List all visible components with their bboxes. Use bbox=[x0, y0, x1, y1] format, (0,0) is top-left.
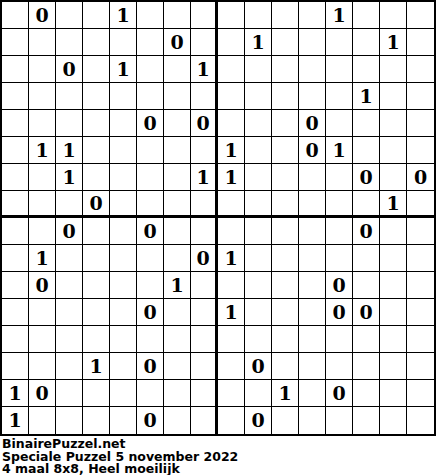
cell-r2c3[interactable] bbox=[56, 29, 83, 56]
cell-r14c16[interactable] bbox=[407, 353, 434, 380]
cell-r14c12[interactable] bbox=[299, 353, 326, 380]
cell-r6c10[interactable] bbox=[245, 137, 272, 164]
cell-r6c4[interactable] bbox=[83, 137, 110, 164]
cell-r12c10[interactable] bbox=[245, 299, 272, 326]
cell-r7c15[interactable] bbox=[380, 164, 407, 191]
cell-r2c9[interactable] bbox=[218, 29, 245, 56]
cell-r3c6[interactable] bbox=[137, 56, 164, 83]
cell-r1c3[interactable] bbox=[56, 2, 83, 29]
cell-r1c7[interactable] bbox=[164, 2, 191, 29]
cell-r15c10[interactable] bbox=[245, 380, 272, 407]
cell-r10c1[interactable] bbox=[2, 245, 29, 272]
cell-r12c8[interactable] bbox=[191, 299, 218, 326]
cell-r2c6[interactable] bbox=[137, 29, 164, 56]
cell-r10c8: 0 bbox=[191, 245, 218, 272]
cell-r9c5[interactable] bbox=[110, 218, 137, 245]
cell-r14c10: 0 bbox=[245, 353, 272, 380]
cell-r15c12[interactable] bbox=[299, 380, 326, 407]
cell-r15c7[interactable] bbox=[164, 380, 191, 407]
cell-r8c13[interactable] bbox=[326, 191, 353, 218]
cell-r9c7[interactable] bbox=[164, 218, 191, 245]
cell-r10c7[interactable] bbox=[164, 245, 191, 272]
cell-r3c2[interactable] bbox=[29, 56, 56, 83]
cell-r11c14[interactable] bbox=[353, 272, 380, 299]
cell-r8c5[interactable] bbox=[110, 191, 137, 218]
cell-r3c1[interactable] bbox=[2, 56, 29, 83]
cell-r5c1[interactable] bbox=[2, 110, 29, 137]
cell-r4c14: 1 bbox=[353, 83, 380, 110]
cell-r4c11[interactable] bbox=[272, 83, 299, 110]
cell-r7c6[interactable] bbox=[137, 164, 164, 191]
cell-r3c10[interactable] bbox=[245, 56, 272, 83]
cell-r7c7[interactable] bbox=[164, 164, 191, 191]
cell-r12c4[interactable] bbox=[83, 299, 110, 326]
cell-r6c8[interactable] bbox=[191, 137, 218, 164]
cell-r5c12: 0 bbox=[299, 110, 326, 137]
cell-r14c9[interactable] bbox=[218, 353, 245, 380]
cell-r9c10[interactable] bbox=[245, 218, 272, 245]
cell-r8c11[interactable] bbox=[272, 191, 299, 218]
cell-r10c2: 1 bbox=[29, 245, 56, 272]
cell-r8c9[interactable] bbox=[218, 191, 245, 218]
cell-r8c7[interactable] bbox=[164, 191, 191, 218]
cell-r7c3: 1 bbox=[56, 164, 83, 191]
cell-r16c14[interactable] bbox=[353, 407, 380, 434]
cell-r1c14[interactable] bbox=[353, 2, 380, 29]
cell-r1c6[interactable] bbox=[137, 2, 164, 29]
cell-r15c16[interactable] bbox=[407, 380, 434, 407]
cell-r8c1[interactable] bbox=[2, 191, 29, 218]
cell-r9c12[interactable] bbox=[299, 218, 326, 245]
cell-r7c2[interactable] bbox=[29, 164, 56, 191]
cell-r1c16[interactable] bbox=[407, 2, 434, 29]
cell-r13c12[interactable] bbox=[299, 326, 326, 353]
cell-r1c2: 0 bbox=[29, 2, 56, 29]
cell-r7c14: 0 bbox=[353, 164, 380, 191]
cell-r16c1: 1 bbox=[2, 407, 29, 434]
cell-r15c5[interactable] bbox=[110, 380, 137, 407]
cell-r4c2[interactable] bbox=[29, 83, 56, 110]
cell-r1c15[interactable] bbox=[380, 2, 407, 29]
cell-r6c13: 1 bbox=[326, 137, 353, 164]
cell-r6c1[interactable] bbox=[2, 137, 29, 164]
cell-r6c12: 0 bbox=[299, 137, 326, 164]
cell-r9c4[interactable] bbox=[83, 218, 110, 245]
cell-r10c15[interactable] bbox=[380, 245, 407, 272]
cell-r11c8[interactable] bbox=[191, 272, 218, 299]
cell-r13c2[interactable] bbox=[29, 326, 56, 353]
cell-r11c4[interactable] bbox=[83, 272, 110, 299]
cell-r1c1[interactable] bbox=[2, 2, 29, 29]
cell-r14c4: 1 bbox=[83, 353, 110, 380]
cell-r8c6[interactable] bbox=[137, 191, 164, 218]
cell-r2c2[interactable] bbox=[29, 29, 56, 56]
cell-r5c16[interactable] bbox=[407, 110, 434, 137]
cell-r16c10: 0 bbox=[245, 407, 272, 434]
cell-r3c8: 1 bbox=[191, 56, 218, 83]
cell-r7c1[interactable] bbox=[2, 164, 29, 191]
cell-r14c1[interactable] bbox=[2, 353, 29, 380]
cell-r7c11[interactable] bbox=[272, 164, 299, 191]
cell-r2c15: 1 bbox=[380, 29, 407, 56]
cell-r2c12[interactable] bbox=[299, 29, 326, 56]
cell-r6c3: 1 bbox=[56, 137, 83, 164]
cell-r5c4[interactable] bbox=[83, 110, 110, 137]
cell-r2c7: 0 bbox=[164, 29, 191, 56]
cell-r7c9: 1 bbox=[218, 164, 245, 191]
cell-r3c14[interactable] bbox=[353, 56, 380, 83]
cell-r8c12[interactable] bbox=[299, 191, 326, 218]
cell-r4c13[interactable] bbox=[326, 83, 353, 110]
cell-r16c15[interactable] bbox=[380, 407, 407, 434]
cell-r12c13: 0 bbox=[326, 299, 353, 326]
cell-r4c5[interactable] bbox=[110, 83, 137, 110]
cell-r2c13[interactable] bbox=[326, 29, 353, 56]
cell-r14c14[interactable] bbox=[353, 353, 380, 380]
cell-r14c8[interactable] bbox=[191, 353, 218, 380]
cell-r15c4[interactable] bbox=[83, 380, 110, 407]
cell-r3c16[interactable] bbox=[407, 56, 434, 83]
cell-r5c9[interactable] bbox=[218, 110, 245, 137]
cell-r13c14[interactable] bbox=[353, 326, 380, 353]
cell-r5c7[interactable] bbox=[164, 110, 191, 137]
cell-r12c1[interactable] bbox=[2, 299, 29, 326]
cell-r5c6: 0 bbox=[137, 110, 164, 137]
cell-r6c7[interactable] bbox=[164, 137, 191, 164]
cell-r12c3[interactable] bbox=[56, 299, 83, 326]
cell-r1c13: 1 bbox=[326, 2, 353, 29]
cell-r9c16[interactable] bbox=[407, 218, 434, 245]
cell-r15c14[interactable] bbox=[353, 380, 380, 407]
cell-r14c2[interactable] bbox=[29, 353, 56, 380]
cell-r7c8: 1 bbox=[191, 164, 218, 191]
cell-r9c13[interactable] bbox=[326, 218, 353, 245]
cell-r7c13[interactable] bbox=[326, 164, 353, 191]
cell-r8c10[interactable] bbox=[245, 191, 272, 218]
cell-r9c3: 0 bbox=[56, 218, 83, 245]
cell-r13c16[interactable] bbox=[407, 326, 434, 353]
cell-r12c9: 1 bbox=[218, 299, 245, 326]
cell-r10c16[interactable] bbox=[407, 245, 434, 272]
cell-r8c14[interactable] bbox=[353, 191, 380, 218]
cell-r8c4: 0 bbox=[83, 191, 110, 218]
cell-r1c4[interactable] bbox=[83, 2, 110, 29]
cell-r13c9[interactable] bbox=[218, 326, 245, 353]
cell-r16c9[interactable] bbox=[218, 407, 245, 434]
cell-r13c3[interactable] bbox=[56, 326, 83, 353]
cell-r3c3: 0 bbox=[56, 56, 83, 83]
cell-r10c13[interactable] bbox=[326, 245, 353, 272]
cell-r10c3[interactable] bbox=[56, 245, 83, 272]
cell-r15c8[interactable] bbox=[191, 380, 218, 407]
cell-r1c9[interactable] bbox=[218, 2, 245, 29]
cell-r2c8[interactable] bbox=[191, 29, 218, 56]
cell-r7c12[interactable] bbox=[299, 164, 326, 191]
cell-r13c10[interactable] bbox=[245, 326, 272, 353]
cell-r4c7[interactable] bbox=[164, 83, 191, 110]
cell-r15c15[interactable] bbox=[380, 380, 407, 407]
cell-r4c8[interactable] bbox=[191, 83, 218, 110]
cell-r6c11[interactable] bbox=[272, 137, 299, 164]
cell-r13c1[interactable] bbox=[2, 326, 29, 353]
cell-r10c11[interactable] bbox=[272, 245, 299, 272]
cell-r14c5[interactable] bbox=[110, 353, 137, 380]
cell-r5c5[interactable] bbox=[110, 110, 137, 137]
cell-r1c5: 1 bbox=[110, 2, 137, 29]
cell-r9c9[interactable] bbox=[218, 218, 245, 245]
cell-r13c4[interactable] bbox=[83, 326, 110, 353]
cell-r11c16[interactable] bbox=[407, 272, 434, 299]
cell-r11c15[interactable] bbox=[380, 272, 407, 299]
cell-r2c5[interactable] bbox=[110, 29, 137, 56]
cell-r11c9[interactable] bbox=[218, 272, 245, 299]
cell-r8c15: 1 bbox=[380, 191, 407, 218]
cell-r13c15[interactable] bbox=[380, 326, 407, 353]
cell-r7c10[interactable] bbox=[245, 164, 272, 191]
cell-r15c3[interactable] bbox=[56, 380, 83, 407]
cell-r3c4[interactable] bbox=[83, 56, 110, 83]
cell-r10c6[interactable] bbox=[137, 245, 164, 272]
puzzle-page: 0110110111000111011110001000101010010010… bbox=[0, 0, 437, 475]
cell-r2c16[interactable] bbox=[407, 29, 434, 56]
cell-r5c2[interactable] bbox=[29, 110, 56, 137]
cell-r12c14: 0 bbox=[353, 299, 380, 326]
cell-r3c13[interactable] bbox=[326, 56, 353, 83]
cell-r9c6: 0 bbox=[137, 218, 164, 245]
cell-r2c14[interactable] bbox=[353, 29, 380, 56]
cell-r3c15[interactable] bbox=[380, 56, 407, 83]
cell-r13c6[interactable] bbox=[137, 326, 164, 353]
cell-r11c13: 0 bbox=[326, 272, 353, 299]
cell-r16c16[interactable] bbox=[407, 407, 434, 434]
cell-r11c12[interactable] bbox=[299, 272, 326, 299]
cell-r7c5[interactable] bbox=[110, 164, 137, 191]
cell-r10c5[interactable] bbox=[110, 245, 137, 272]
cell-r4c10[interactable] bbox=[245, 83, 272, 110]
cell-r15c1: 1 bbox=[2, 380, 29, 407]
cell-r12c6: 0 bbox=[137, 299, 164, 326]
cell-r11c3[interactable] bbox=[56, 272, 83, 299]
cell-r16c2[interactable] bbox=[29, 407, 56, 434]
cell-r16c8[interactable] bbox=[191, 407, 218, 434]
cell-r3c7[interactable] bbox=[164, 56, 191, 83]
cell-r9c15[interactable] bbox=[380, 218, 407, 245]
cell-r5c15[interactable] bbox=[380, 110, 407, 137]
cell-r16c4[interactable] bbox=[83, 407, 110, 434]
cell-r15c2: 0 bbox=[29, 380, 56, 407]
cell-r16c3[interactable] bbox=[56, 407, 83, 434]
cell-r16c5[interactable] bbox=[110, 407, 137, 434]
cell-r1c10[interactable] bbox=[245, 2, 272, 29]
cell-r5c14[interactable] bbox=[353, 110, 380, 137]
cell-r12c16[interactable] bbox=[407, 299, 434, 326]
cell-r10c10[interactable] bbox=[245, 245, 272, 272]
cell-r10c12[interactable] bbox=[299, 245, 326, 272]
cell-r16c13[interactable] bbox=[326, 407, 353, 434]
cell-r5c3[interactable] bbox=[56, 110, 83, 137]
cell-r16c7[interactable] bbox=[164, 407, 191, 434]
cell-r4c9[interactable] bbox=[218, 83, 245, 110]
cell-r15c13: 0 bbox=[326, 380, 353, 407]
cell-r15c6[interactable] bbox=[137, 380, 164, 407]
cell-r11c1[interactable] bbox=[2, 272, 29, 299]
cell-r6c5[interactable] bbox=[110, 137, 137, 164]
puzzle-footer: BinairePuzzel.net Speciale Puzzel 5 nove… bbox=[0, 436, 437, 475]
cell-r6c14[interactable] bbox=[353, 137, 380, 164]
cell-r4c15[interactable] bbox=[380, 83, 407, 110]
cell-r6c9: 1 bbox=[218, 137, 245, 164]
cell-r12c5[interactable] bbox=[110, 299, 137, 326]
cell-r4c1[interactable] bbox=[2, 83, 29, 110]
cell-r3c12[interactable] bbox=[299, 56, 326, 83]
cell-r7c4[interactable] bbox=[83, 164, 110, 191]
cell-r6c2: 1 bbox=[29, 137, 56, 164]
cell-r16c11[interactable] bbox=[272, 407, 299, 434]
cell-r4c12[interactable] bbox=[299, 83, 326, 110]
cell-r10c9: 1 bbox=[218, 245, 245, 272]
cell-r3c9[interactable] bbox=[218, 56, 245, 83]
cell-r9c14: 0 bbox=[353, 218, 380, 245]
cell-r2c10: 1 bbox=[245, 29, 272, 56]
cell-r2c11[interactable] bbox=[272, 29, 299, 56]
cell-r7c16: 0 bbox=[407, 164, 434, 191]
cell-r12c11[interactable] bbox=[272, 299, 299, 326]
cell-r11c10[interactable] bbox=[245, 272, 272, 299]
cell-r1c11[interactable] bbox=[272, 2, 299, 29]
cell-r1c8[interactable] bbox=[191, 2, 218, 29]
cell-r13c8[interactable] bbox=[191, 326, 218, 353]
cell-r14c6: 0 bbox=[137, 353, 164, 380]
cell-r4c3[interactable] bbox=[56, 83, 83, 110]
cell-r8c2[interactable] bbox=[29, 191, 56, 218]
cell-r4c4[interactable] bbox=[83, 83, 110, 110]
cell-r2c1[interactable] bbox=[2, 29, 29, 56]
cell-r6c16[interactable] bbox=[407, 137, 434, 164]
cell-r8c16[interactable] bbox=[407, 191, 434, 218]
cell-r12c12[interactable] bbox=[299, 299, 326, 326]
cell-r4c6[interactable] bbox=[137, 83, 164, 110]
cell-r9c11[interactable] bbox=[272, 218, 299, 245]
cell-r10c14[interactable] bbox=[353, 245, 380, 272]
cell-r11c2: 0 bbox=[29, 272, 56, 299]
cell-r5c13[interactable] bbox=[326, 110, 353, 137]
cell-r2c4[interactable] bbox=[83, 29, 110, 56]
cell-r1c12[interactable] bbox=[299, 2, 326, 29]
cell-r14c11[interactable] bbox=[272, 353, 299, 380]
cell-r6c6[interactable] bbox=[137, 137, 164, 164]
cell-r5c8: 0 bbox=[191, 110, 218, 137]
cell-r11c7: 1 bbox=[164, 272, 191, 299]
cell-r14c15[interactable] bbox=[380, 353, 407, 380]
cell-r13c5[interactable] bbox=[110, 326, 137, 353]
cell-r4c16[interactable] bbox=[407, 83, 434, 110]
cell-r5c11[interactable] bbox=[272, 110, 299, 137]
cell-r9c2[interactable] bbox=[29, 218, 56, 245]
cell-r11c5[interactable] bbox=[110, 272, 137, 299]
cell-r12c7[interactable] bbox=[164, 299, 191, 326]
cell-r16c12[interactable] bbox=[299, 407, 326, 434]
cell-r11c6[interactable] bbox=[137, 272, 164, 299]
cell-r8c8[interactable] bbox=[191, 191, 218, 218]
cell-r9c8[interactable] bbox=[191, 218, 218, 245]
cell-r14c13[interactable] bbox=[326, 353, 353, 380]
cell-r14c7[interactable] bbox=[164, 353, 191, 380]
cell-r3c11[interactable] bbox=[272, 56, 299, 83]
puzzle-difficulty: 4 maal 8x8, Heel moeilijk bbox=[2, 463, 435, 475]
cell-r13c13[interactable] bbox=[326, 326, 353, 353]
cell-r12c15[interactable] bbox=[380, 299, 407, 326]
cell-r13c7[interactable] bbox=[164, 326, 191, 353]
cell-r8c3[interactable] bbox=[56, 191, 83, 218]
cell-r13c11[interactable] bbox=[272, 326, 299, 353]
cell-r6c15[interactable] bbox=[380, 137, 407, 164]
cell-r14c3[interactable] bbox=[56, 353, 83, 380]
cell-r16c6: 0 bbox=[137, 407, 164, 434]
cell-r10c4[interactable] bbox=[83, 245, 110, 272]
cell-r15c11: 1 bbox=[272, 380, 299, 407]
cell-r9c1[interactable] bbox=[2, 218, 29, 245]
cell-r12c2[interactable] bbox=[29, 299, 56, 326]
cell-r15c9[interactable] bbox=[218, 380, 245, 407]
binary-puzzle-board: 0110110111000111011110001000101010010010… bbox=[0, 0, 436, 436]
cell-r3c5: 1 bbox=[110, 56, 137, 83]
cell-r11c11[interactable] bbox=[272, 272, 299, 299]
cell-r5c10[interactable] bbox=[245, 110, 272, 137]
